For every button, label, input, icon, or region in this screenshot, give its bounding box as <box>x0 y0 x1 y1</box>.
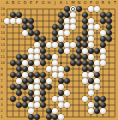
black-stone[interactable] <box>10 96 16 102</box>
column-label: O <box>83 1 86 5</box>
white-stone[interactable] <box>82 96 88 102</box>
column-label: M <box>71 1 74 5</box>
column-label: T <box>114 1 116 5</box>
white-stone[interactable] <box>58 114 64 120</box>
black-stone[interactable] <box>34 114 40 120</box>
white-stone[interactable] <box>94 6 100 12</box>
white-stone[interactable] <box>64 48 70 54</box>
column-label: B <box>12 1 15 5</box>
row-label: 6 <box>1 85 3 89</box>
black-stone[interactable] <box>106 36 112 42</box>
last-move-marker <box>71 7 75 11</box>
row-label: 10 <box>1 61 5 65</box>
column-label: P <box>90 1 92 5</box>
white-stone[interactable] <box>88 90 94 96</box>
white-stone[interactable] <box>94 84 100 90</box>
white-stone[interactable] <box>64 30 70 36</box>
row-label: 5 <box>1 91 3 95</box>
column-label: F <box>36 1 38 5</box>
black-stone[interactable] <box>64 78 70 84</box>
column-label: S <box>108 1 111 5</box>
row-label: 7 <box>1 79 3 83</box>
row-label: 3 <box>1 103 3 107</box>
column-label: K <box>60 1 63 5</box>
row-label: 16 <box>1 25 5 29</box>
row-label: 18 <box>1 13 5 17</box>
column-label: Q <box>95 1 98 5</box>
column-label: H <box>47 1 50 5</box>
column-label: E <box>30 1 33 5</box>
row-label: 13 <box>1 43 5 47</box>
row-label: 4 <box>1 97 3 101</box>
white-stone[interactable] <box>70 24 76 30</box>
white-stone[interactable] <box>100 108 106 114</box>
row-label: 8 <box>1 73 3 77</box>
row-label: 14 <box>1 37 5 41</box>
black-stone[interactable] <box>40 60 46 66</box>
row-label: 11 <box>1 55 5 59</box>
row-label: 15 <box>1 31 5 35</box>
white-stone[interactable] <box>94 24 100 30</box>
star-point <box>60 62 62 64</box>
white-stone[interactable] <box>100 60 106 66</box>
black-stone[interactable] <box>64 66 70 72</box>
column-label: J <box>54 1 55 5</box>
white-stone[interactable] <box>64 90 70 96</box>
column-label: A <box>6 1 9 5</box>
black-stone[interactable] <box>40 102 46 108</box>
column-label: G <box>41 1 44 5</box>
black-stone[interactable] <box>46 84 52 90</box>
column-label: R <box>102 1 105 5</box>
column-label: L <box>66 1 68 5</box>
row-label: 2 <box>1 109 3 113</box>
column-label: N <box>78 1 81 5</box>
black-stone[interactable] <box>16 90 22 96</box>
column-label: C <box>18 1 21 5</box>
row-label: 12 <box>1 49 5 53</box>
go-board[interactable]: ABCDEFGHJKLMNOPQRST191817161514131211109… <box>0 0 118 120</box>
row-label: 19 <box>1 7 5 11</box>
column-label: D <box>23 1 26 5</box>
white-stone[interactable] <box>64 102 70 108</box>
row-label: 1 <box>1 115 3 119</box>
black-stone[interactable] <box>76 6 82 12</box>
row-label: 9 <box>1 67 3 71</box>
